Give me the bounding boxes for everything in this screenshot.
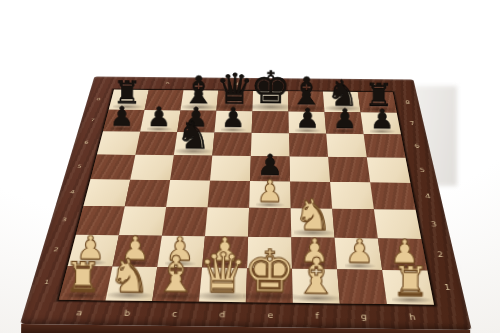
- square-d7[interactable]: ♟: [214, 111, 252, 133]
- square-h5[interactable]: [367, 157, 411, 182]
- coord-label-bottom-g: g: [361, 312, 368, 320]
- white-bishop-f1[interactable]: ♝: [294, 252, 339, 302]
- coord-label-bottom-e: e: [267, 311, 273, 319]
- square-g2[interactable]: ♟: [335, 238, 383, 270]
- square-g4[interactable]: [330, 182, 374, 209]
- square-d4[interactable]: [208, 181, 250, 208]
- board-grid: ♜♝♛♚♝♞♜♟♟♟♟♟♟♟♞♟♟♞♟♟♟♟♟♟♟♜♞♝♛♚♝♜: [59, 90, 434, 305]
- square-f6[interactable]: [289, 133, 328, 157]
- square-f1[interactable]: ♝: [292, 269, 340, 304]
- square-f5[interactable]: [289, 156, 330, 181]
- coord-label-bottom-f: f: [315, 312, 319, 320]
- coord-label-right-5: 5: [419, 167, 425, 173]
- square-e8[interactable]: ♚: [252, 91, 288, 112]
- coord-label-right-3: 3: [430, 221, 437, 228]
- square-f7[interactable]: ♟: [288, 112, 326, 134]
- white-rook-h1[interactable]: ♜: [392, 261, 429, 303]
- coord-label-right-1: 1: [444, 284, 452, 292]
- white-knight-f3[interactable]: ♞: [293, 193, 332, 237]
- square-e1[interactable]: ♚: [246, 268, 293, 303]
- chessboard-product-photo: abcdefgh abcdefgh 87654321 87654321 ♜♝♛♚…: [0, 0, 500, 333]
- square-a4[interactable]: [83, 179, 130, 206]
- square-b7[interactable]: ♟: [140, 110, 180, 132]
- square-h1[interactable]: ♜: [382, 270, 434, 305]
- square-a5[interactable]: [90, 154, 135, 179]
- coord-label-right-8: 8: [405, 100, 411, 105]
- file-labels-bottom: abcdefgh: [54, 306, 438, 324]
- square-d6[interactable]: [212, 132, 251, 156]
- square-c5[interactable]: [170, 155, 212, 180]
- square-b5[interactable]: [130, 155, 174, 180]
- coord-label-top-b: b: [165, 81, 170, 85]
- white-rook-a1[interactable]: ♜: [64, 257, 101, 298]
- coord-label-bottom-h: h: [409, 313, 416, 321]
- white-pawn-g2[interactable]: ♟: [345, 235, 375, 268]
- square-a7[interactable]: ♟: [103, 110, 145, 132]
- square-c6[interactable]: ♞: [174, 132, 215, 156]
- square-g7[interactable]: ♟: [324, 112, 363, 134]
- square-d5[interactable]: [210, 156, 251, 181]
- coord-label-left-1: 1: [43, 279, 50, 286]
- chessboard: abcdefgh abcdefgh 87654321 87654321 ♜♝♛♚…: [20, 76, 472, 330]
- black-pawn-g7[interactable]: ♟: [333, 106, 358, 133]
- coord-label-right-7: 7: [409, 121, 415, 126]
- square-e3[interactable]: [248, 208, 291, 237]
- scene-3d: abcdefgh abcdefgh 87654321 87654321 ♜♝♛♚…: [0, 0, 500, 333]
- black-pawn-b7[interactable]: ♟: [147, 104, 171, 131]
- square-g6[interactable]: [326, 134, 367, 158]
- coord-label-left-2: 2: [53, 247, 60, 253]
- coord-label-bottom-d: d: [219, 310, 226, 318]
- coord-label-left-5: 5: [77, 164, 83, 169]
- square-h4[interactable]: [370, 182, 415, 209]
- coord-label-left-6: 6: [84, 140, 90, 145]
- square-h6[interactable]: [364, 134, 406, 158]
- coord-label-left-3: 3: [61, 217, 67, 223]
- square-e4[interactable]: ♟: [249, 181, 291, 208]
- coord-label-bottom-c: c: [172, 310, 178, 318]
- black-pawn-d7[interactable]: ♟: [221, 104, 245, 131]
- square-h7[interactable]: ♟: [361, 112, 401, 134]
- coord-label-bottom-a: a: [75, 309, 83, 317]
- square-a6[interactable]: [97, 131, 140, 155]
- square-e7[interactable]: [252, 111, 289, 133]
- coord-label-right-4: 4: [425, 193, 432, 199]
- coord-label-right-6: 6: [414, 143, 420, 148]
- white-knight-b1[interactable]: ♞: [108, 252, 150, 299]
- black-knight-c6[interactable]: ♞: [176, 116, 211, 155]
- black-pawn-h7[interactable]: ♟: [370, 106, 395, 133]
- coord-label-right-2: 2: [437, 251, 444, 258]
- black-pawn-f7[interactable]: ♟: [295, 105, 319, 132]
- coord-label-left-8: 8: [96, 97, 101, 101]
- white-pawn-e4[interactable]: ♟: [256, 176, 283, 206]
- square-b4[interactable]: [125, 180, 170, 207]
- black-pawn-a7[interactable]: ♟: [110, 103, 134, 130]
- square-g5[interactable]: [328, 157, 370, 182]
- coord-label-left-4: 4: [69, 189, 75, 194]
- coord-label-left-7: 7: [90, 118, 95, 122]
- board-frame: abcdefgh abcdefgh 87654321 87654321 ♜♝♛♚…: [20, 76, 472, 330]
- coord-label-bottom-b: b: [123, 309, 130, 317]
- square-c4[interactable]: [166, 180, 210, 207]
